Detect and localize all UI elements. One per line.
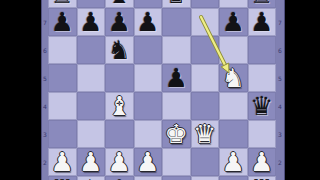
piece-white-pawn-a2[interactable]: ♟ — [51, 148, 74, 176]
square-b6[interactable] — [77, 36, 106, 64]
chess-board: 87654321 87654321 ♜♝♚♜♟♟♟♟♟♟♞♟♞♝♛♚♛♟♟♟♟♟… — [42, 0, 284, 180]
piece-black-queen-h4[interactable]: ♛ — [250, 92, 273, 120]
square-e1[interactable] — [162, 176, 191, 180]
square-e5[interactable]: ♟ — [162, 64, 191, 92]
square-g3[interactable] — [219, 120, 248, 148]
square-d5[interactable] — [134, 64, 163, 92]
square-e3[interactable]: ♚ — [162, 120, 191, 148]
rank-label-right-1: 1 — [276, 176, 284, 180]
square-f7[interactable] — [191, 8, 220, 36]
square-g1[interactable] — [219, 176, 248, 180]
piece-white-pawn-c2[interactable]: ♟ — [108, 148, 131, 176]
rank-label-right-7: 7 — [276, 8, 284, 36]
square-h1[interactable]: ♜ — [248, 176, 277, 180]
square-c2[interactable]: ♟ — [105, 148, 134, 176]
square-a6[interactable] — [48, 36, 77, 64]
piece-white-pawn-g2[interactable]: ♟ — [222, 148, 245, 176]
piece-white-knight-g5[interactable]: ♞ — [222, 64, 245, 92]
square-c1[interactable]: ♝ — [105, 176, 134, 180]
piece-black-king-e8[interactable]: ♚ — [165, 0, 188, 8]
chess-app-window: 87654321 87654321 ♜♝♚♜♟♟♟♟♟♟♞♟♞♝♛♚♛♟♟♟♟♟… — [0, 0, 320, 180]
square-g2[interactable]: ♟ — [219, 148, 248, 176]
board-squares: ♜♝♚♜♟♟♟♟♟♟♞♟♞♝♛♚♛♟♟♟♟♟♟♜♞♝♜ — [48, 0, 276, 180]
square-b7[interactable]: ♟ — [77, 8, 106, 36]
piece-white-pawn-h2[interactable]: ♟ — [250, 148, 273, 176]
square-a7[interactable]: ♟ — [48, 8, 77, 36]
square-h3[interactable] — [248, 120, 277, 148]
square-f6[interactable] — [191, 36, 220, 64]
piece-white-pawn-b2[interactable]: ♟ — [79, 148, 102, 176]
piece-black-pawn-a7[interactable]: ♟ — [51, 8, 74, 36]
square-f3[interactable]: ♛ — [191, 120, 220, 148]
square-d1[interactable] — [134, 176, 163, 180]
piece-black-pawn-g7[interactable]: ♟ — [222, 8, 245, 36]
square-e4[interactable] — [162, 92, 191, 120]
piece-white-rook-h1[interactable]: ♜ — [250, 176, 273, 180]
piece-white-bishop-c4[interactable]: ♝ — [108, 92, 131, 120]
square-f8[interactable] — [191, 0, 220, 8]
square-a1[interactable]: ♜ — [48, 176, 77, 180]
square-d7[interactable]: ♟ — [134, 8, 163, 36]
square-b5[interactable] — [77, 64, 106, 92]
square-h5[interactable] — [248, 64, 277, 92]
square-c3[interactable] — [105, 120, 134, 148]
square-b2[interactable]: ♟ — [77, 148, 106, 176]
square-e6[interactable] — [162, 36, 191, 64]
square-h7[interactable]: ♟ — [248, 8, 277, 36]
square-f4[interactable] — [191, 92, 220, 120]
piece-black-knight-c6[interactable]: ♞ — [108, 36, 131, 64]
square-d6[interactable] — [134, 36, 163, 64]
piece-black-pawn-h7[interactable]: ♟ — [250, 8, 273, 36]
rank-label-right-3: 3 — [276, 120, 284, 148]
square-e2[interactable] — [162, 148, 191, 176]
piece-white-pawn-d2[interactable]: ♟ — [136, 148, 159, 176]
square-e7[interactable] — [162, 8, 191, 36]
square-a2[interactable]: ♟ — [48, 148, 77, 176]
square-d4[interactable] — [134, 92, 163, 120]
square-f2[interactable] — [191, 148, 220, 176]
square-a4[interactable] — [48, 92, 77, 120]
square-g4[interactable] — [219, 92, 248, 120]
piece-white-rook-a1[interactable]: ♜ — [51, 176, 74, 180]
square-a5[interactable] — [48, 64, 77, 92]
square-c7[interactable]: ♟ — [105, 8, 134, 36]
square-h6[interactable] — [248, 36, 277, 64]
rank-label-right-8: 8 — [276, 0, 284, 8]
piece-white-bishop-c1[interactable]: ♝ — [108, 176, 131, 180]
piece-black-pawn-b7[interactable]: ♟ — [79, 8, 102, 36]
square-f5[interactable] — [191, 64, 220, 92]
piece-white-queen-f3[interactable]: ♛ — [193, 120, 216, 148]
square-b4[interactable] — [77, 92, 106, 120]
square-a3[interactable] — [48, 120, 77, 148]
square-g6[interactable] — [219, 36, 248, 64]
square-e8[interactable]: ♚ — [162, 0, 191, 8]
piece-black-pawn-e5[interactable]: ♟ — [165, 64, 188, 92]
rank-label-right-6: 6 — [276, 36, 284, 64]
square-h4[interactable]: ♛ — [248, 92, 277, 120]
square-c4[interactable]: ♝ — [105, 92, 134, 120]
square-b1[interactable]: ♞ — [77, 176, 106, 180]
square-d3[interactable] — [134, 120, 163, 148]
piece-white-king-e3[interactable]: ♚ — [165, 120, 188, 148]
square-c5[interactable] — [105, 64, 134, 92]
square-f1[interactable] — [191, 176, 220, 180]
rank-label-right-4: 4 — [276, 92, 284, 120]
rank-label-right-2: 2 — [276, 148, 284, 176]
square-d2[interactable]: ♟ — [134, 148, 163, 176]
square-g7[interactable]: ♟ — [219, 8, 248, 36]
square-b3[interactable] — [77, 120, 106, 148]
piece-white-knight-b1[interactable]: ♞ — [79, 176, 102, 180]
piece-black-pawn-d7[interactable]: ♟ — [136, 8, 159, 36]
square-g5[interactable]: ♞ — [219, 64, 248, 92]
piece-black-pawn-c7[interactable]: ♟ — [108, 8, 131, 36]
square-h2[interactable]: ♟ — [248, 148, 277, 176]
rank-label-right-5: 5 — [276, 64, 284, 92]
square-c6[interactable]: ♞ — [105, 36, 134, 64]
